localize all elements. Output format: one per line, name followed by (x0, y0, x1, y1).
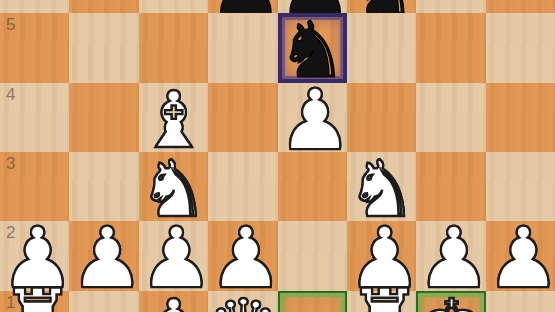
square-b5[interactable] (69, 13, 138, 82)
square-e2[interactable] (278, 221, 347, 290)
square-g6[interactable] (416, 0, 485, 13)
white-queen-piece[interactable]: ♛ (208, 294, 277, 312)
square-f1[interactable]: ♜ (347, 291, 416, 312)
square-g2[interactable]: ♟ (416, 221, 485, 290)
square-c4[interactable]: ♝ (139, 83, 208, 152)
square-h4[interactable] (486, 83, 555, 152)
square-c6[interactable] (139, 0, 208, 13)
square-a5[interactable]: 5 (0, 13, 69, 82)
square-b1[interactable] (69, 291, 138, 312)
square-f5[interactable] (347, 13, 416, 82)
rank-label-3: 3 (6, 155, 15, 172)
white-bishop-piece[interactable]: ♝ (139, 294, 208, 312)
square-h2[interactable]: ♟ (486, 221, 555, 290)
square-e3[interactable] (278, 152, 347, 221)
square-b2[interactable]: ♟ (69, 221, 138, 290)
white-pawn-piece[interactable]: ♟ (69, 224, 138, 293)
square-h5[interactable] (486, 13, 555, 82)
square-d6[interactable]: ♟ (208, 0, 277, 13)
square-g4[interactable] (416, 83, 485, 152)
square-a4[interactable]: 4 (0, 83, 69, 152)
square-c1[interactable]: ♝ (139, 291, 208, 312)
chess-board: ♜♝♛♚♝♜♟♟♟♟♟♟♟♟♞5♞4♝♟3♞♞2♟♟♟♟♟♟♟1♜♝♛♜♚ (0, 0, 555, 312)
square-e4[interactable]: ♟ (278, 83, 347, 152)
square-a1[interactable]: 1♜ (0, 291, 69, 312)
white-king-piece[interactable]: ♚ (416, 294, 485, 312)
square-h1[interactable] (486, 291, 555, 312)
square-f6[interactable]: ♞ (347, 0, 416, 13)
square-c5[interactable] (139, 13, 208, 82)
square-h6[interactable] (486, 0, 555, 13)
square-b4[interactable] (69, 83, 138, 152)
square-g1[interactable]: ♚ (416, 291, 485, 312)
white-rook-piece[interactable]: ♜ (347, 286, 416, 312)
square-f4[interactable] (347, 83, 416, 152)
chess-board-viewport: ♜♝♛♚♝♜♟♟♟♟♟♟♟♟♞5♞4♝♟3♞♞2♟♟♟♟♟♟♟1♜♝♛♜♚ (0, 0, 555, 312)
square-d1[interactable]: ♛ (208, 291, 277, 312)
rank-label-4: 4 (6, 86, 15, 103)
white-pawn-piece[interactable]: ♟ (486, 224, 555, 293)
square-g5[interactable] (416, 13, 485, 82)
square-d4[interactable] (208, 83, 277, 152)
square-d2[interactable]: ♟ (208, 221, 277, 290)
rank-label-5: 5 (6, 16, 15, 33)
white-pawn-piece[interactable]: ♟ (278, 86, 347, 155)
white-rook-piece[interactable]: ♜ (0, 286, 69, 312)
square-a6[interactable] (0, 0, 69, 13)
square-e1[interactable] (278, 291, 347, 312)
square-d5[interactable] (208, 13, 277, 82)
square-c2[interactable]: ♟ (139, 221, 208, 290)
square-b6[interactable] (69, 0, 138, 13)
